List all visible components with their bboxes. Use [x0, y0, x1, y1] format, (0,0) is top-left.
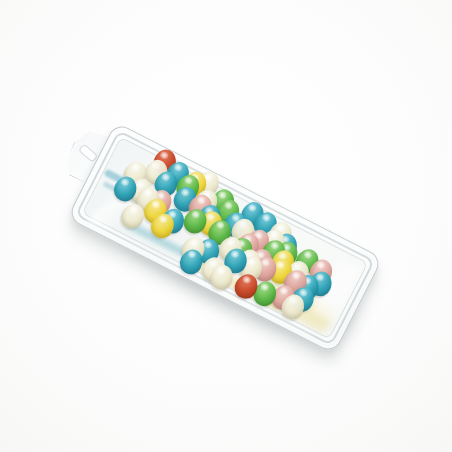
product-photo [0, 0, 452, 452]
candy-package [67, 122, 383, 354]
